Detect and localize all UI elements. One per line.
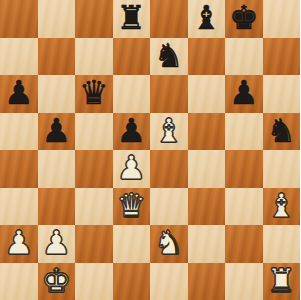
black-knight[interactable]: ♞: [154, 37, 184, 75]
square-g8[interactable]: ♚: [225, 0, 263, 38]
square-h4[interactable]: [263, 150, 301, 188]
square-e6[interactable]: [150, 75, 188, 113]
square-f7[interactable]: [188, 38, 226, 76]
square-g3[interactable]: [225, 188, 263, 226]
square-b8[interactable]: [38, 0, 76, 38]
square-c1[interactable]: [75, 263, 113, 300]
square-h1[interactable]: ♜: [263, 263, 301, 300]
square-e8[interactable]: [150, 0, 188, 38]
square-f3[interactable]: [188, 188, 226, 226]
square-h5[interactable]: ♞: [263, 113, 301, 151]
square-a2[interactable]: ♟: [0, 225, 38, 263]
square-f5[interactable]: [188, 113, 226, 151]
square-c4[interactable]: [75, 150, 113, 188]
square-a7[interactable]: [0, 38, 38, 76]
square-d7[interactable]: [113, 38, 151, 76]
white-pawn[interactable]: ♟: [4, 224, 34, 262]
white-rook[interactable]: ♜: [266, 262, 296, 300]
square-g5[interactable]: [225, 113, 263, 151]
square-h7[interactable]: [263, 38, 301, 76]
square-g6[interactable]: ♟: [225, 75, 263, 113]
square-a6[interactable]: ♟: [0, 75, 38, 113]
square-d1[interactable]: [113, 263, 151, 300]
square-f4[interactable]: [188, 150, 226, 188]
square-c3[interactable]: [75, 188, 113, 226]
square-g1[interactable]: [225, 263, 263, 300]
square-d6[interactable]: [113, 75, 151, 113]
square-d4[interactable]: ♟: [113, 150, 151, 188]
square-c6[interactable]: ♛: [75, 75, 113, 113]
square-a3[interactable]: [0, 188, 38, 226]
square-b7[interactable]: [38, 38, 76, 76]
square-g7[interactable]: [225, 38, 263, 76]
square-a4[interactable]: [0, 150, 38, 188]
square-d2[interactable]: [113, 225, 151, 263]
square-a1[interactable]: [0, 263, 38, 300]
square-c5[interactable]: [75, 113, 113, 151]
black-pawn[interactable]: ♟: [41, 112, 71, 150]
square-g2[interactable]: [225, 225, 263, 263]
black-pawn[interactable]: ♟: [229, 74, 259, 112]
black-rook[interactable]: ♜: [116, 0, 146, 37]
square-c7[interactable]: [75, 38, 113, 76]
square-e5[interactable]: ♝: [150, 113, 188, 151]
square-b1[interactable]: ♚: [38, 263, 76, 300]
square-b4[interactable]: [38, 150, 76, 188]
white-pawn[interactable]: ♟: [41, 224, 71, 262]
black-queen[interactable]: ♛: [79, 74, 109, 112]
white-bishop[interactable]: ♝: [154, 112, 184, 150]
chess-board: ♜♝♚♞♟♛♟♟♟♝♞♟♛♝♟♟♞♚♜: [0, 0, 300, 300]
white-king[interactable]: ♚: [41, 262, 71, 300]
square-a5[interactable]: [0, 113, 38, 151]
square-h8[interactable]: [263, 0, 301, 38]
square-e4[interactable]: [150, 150, 188, 188]
square-b2[interactable]: ♟: [38, 225, 76, 263]
square-d8[interactable]: ♜: [113, 0, 151, 38]
square-d3[interactable]: ♛: [113, 188, 151, 226]
square-b5[interactable]: ♟: [38, 113, 76, 151]
square-d5[interactable]: ♟: [113, 113, 151, 151]
square-e2[interactable]: ♞: [150, 225, 188, 263]
square-e3[interactable]: [150, 188, 188, 226]
black-pawn[interactable]: ♟: [116, 112, 146, 150]
square-c8[interactable]: [75, 0, 113, 38]
square-c2[interactable]: [75, 225, 113, 263]
square-a8[interactable]: [0, 0, 38, 38]
white-queen[interactable]: ♛: [116, 187, 146, 225]
black-knight[interactable]: ♞: [266, 112, 296, 150]
square-f2[interactable]: [188, 225, 226, 263]
black-pawn[interactable]: ♟: [4, 74, 34, 112]
square-g4[interactable]: [225, 150, 263, 188]
white-bishop[interactable]: ♝: [266, 187, 296, 225]
square-f1[interactable]: [188, 263, 226, 300]
square-h2[interactable]: [263, 225, 301, 263]
square-h3[interactable]: ♝: [263, 188, 301, 226]
square-f8[interactable]: ♝: [188, 0, 226, 38]
black-bishop[interactable]: ♝: [191, 0, 221, 37]
square-e1[interactable]: [150, 263, 188, 300]
square-b3[interactable]: [38, 188, 76, 226]
square-b6[interactable]: [38, 75, 76, 113]
square-e7[interactable]: ♞: [150, 38, 188, 76]
white-pawn[interactable]: ♟: [116, 149, 146, 187]
square-f6[interactable]: [188, 75, 226, 113]
white-knight[interactable]: ♞: [154, 224, 184, 262]
square-h6[interactable]: [263, 75, 301, 113]
black-king[interactable]: ♚: [229, 0, 259, 37]
